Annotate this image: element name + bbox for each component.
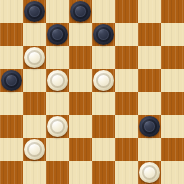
light-square bbox=[69, 69, 92, 92]
white-man[interactable] bbox=[93, 70, 114, 91]
light-square bbox=[46, 138, 69, 161]
dark-square[interactable] bbox=[161, 138, 184, 161]
light-square bbox=[138, 92, 161, 115]
light-square bbox=[23, 69, 46, 92]
dark-square[interactable] bbox=[23, 138, 46, 161]
light-square bbox=[23, 115, 46, 138]
light-square bbox=[23, 161, 46, 184]
light-square bbox=[23, 23, 46, 46]
dark-square[interactable] bbox=[0, 161, 23, 184]
white-man[interactable] bbox=[47, 70, 68, 91]
dark-square[interactable] bbox=[161, 0, 184, 23]
dark-square[interactable] bbox=[92, 115, 115, 138]
dark-square[interactable] bbox=[46, 161, 69, 184]
black-man[interactable] bbox=[70, 1, 91, 22]
light-square bbox=[69, 23, 92, 46]
light-square bbox=[0, 92, 23, 115]
dark-square[interactable] bbox=[161, 46, 184, 69]
light-square bbox=[138, 138, 161, 161]
light-square bbox=[161, 161, 184, 184]
light-square bbox=[0, 0, 23, 23]
dark-square[interactable] bbox=[92, 161, 115, 184]
light-square bbox=[46, 92, 69, 115]
dark-square[interactable] bbox=[69, 0, 92, 23]
black-man[interactable] bbox=[47, 24, 68, 45]
dark-square[interactable] bbox=[138, 69, 161, 92]
light-square bbox=[92, 138, 115, 161]
light-square bbox=[115, 115, 138, 138]
dark-square[interactable] bbox=[92, 69, 115, 92]
light-square bbox=[161, 69, 184, 92]
light-square bbox=[115, 69, 138, 92]
dark-square[interactable] bbox=[115, 46, 138, 69]
light-square bbox=[69, 115, 92, 138]
dark-square[interactable] bbox=[23, 92, 46, 115]
dark-square[interactable] bbox=[92, 23, 115, 46]
light-square bbox=[161, 115, 184, 138]
light-square bbox=[115, 23, 138, 46]
light-square bbox=[161, 23, 184, 46]
dark-square[interactable] bbox=[115, 0, 138, 23]
black-man[interactable] bbox=[1, 70, 22, 91]
dark-square[interactable] bbox=[0, 23, 23, 46]
white-man[interactable] bbox=[24, 47, 45, 68]
light-square bbox=[138, 46, 161, 69]
white-man[interactable] bbox=[139, 162, 160, 183]
light-square bbox=[115, 161, 138, 184]
dark-square[interactable] bbox=[69, 138, 92, 161]
dark-square[interactable] bbox=[46, 69, 69, 92]
dark-square[interactable] bbox=[138, 161, 161, 184]
checkers-board bbox=[0, 0, 184, 184]
dark-square[interactable] bbox=[138, 115, 161, 138]
light-square bbox=[46, 0, 69, 23]
dark-square[interactable] bbox=[69, 46, 92, 69]
dark-square[interactable] bbox=[138, 23, 161, 46]
dark-square[interactable] bbox=[161, 92, 184, 115]
white-man[interactable] bbox=[24, 139, 45, 160]
dark-square[interactable] bbox=[0, 69, 23, 92]
dark-square[interactable] bbox=[69, 92, 92, 115]
light-square bbox=[46, 46, 69, 69]
light-square bbox=[92, 46, 115, 69]
light-square bbox=[69, 161, 92, 184]
dark-square[interactable] bbox=[0, 115, 23, 138]
light-square bbox=[92, 92, 115, 115]
black-man[interactable] bbox=[24, 1, 45, 22]
dark-square[interactable] bbox=[115, 92, 138, 115]
light-square bbox=[0, 46, 23, 69]
dark-square[interactable] bbox=[23, 0, 46, 23]
black-man[interactable] bbox=[93, 24, 114, 45]
dark-square[interactable] bbox=[46, 115, 69, 138]
light-square bbox=[92, 0, 115, 23]
light-square bbox=[138, 0, 161, 23]
dark-square[interactable] bbox=[23, 46, 46, 69]
dark-square[interactable] bbox=[115, 138, 138, 161]
white-man[interactable] bbox=[47, 116, 68, 137]
black-man[interactable] bbox=[139, 116, 160, 137]
dark-square[interactable] bbox=[46, 23, 69, 46]
light-square bbox=[0, 138, 23, 161]
